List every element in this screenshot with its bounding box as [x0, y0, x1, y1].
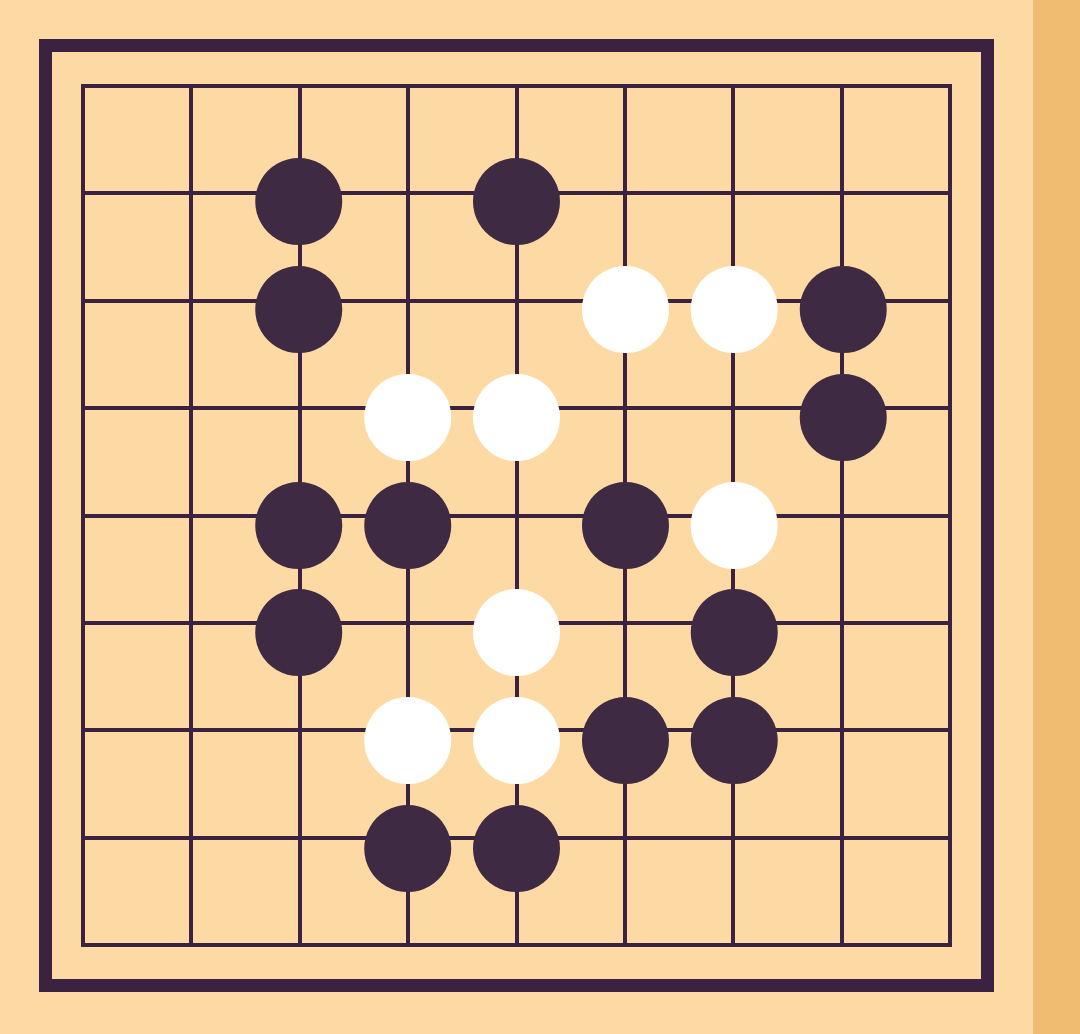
- grid-cell: [733, 86, 841, 193]
- white-stone[interactable]: ●: [371, 694, 445, 768]
- black-stone-glyph: ●: [249, 586, 348, 660]
- white-stone[interactable]: ●: [697, 263, 771, 337]
- white-stone-glyph: ●: [467, 586, 566, 660]
- black-stone-glyph: ●: [249, 155, 348, 229]
- white-stone-glyph: ●: [685, 479, 784, 553]
- white-stone[interactable]: ●: [588, 263, 662, 337]
- black-stone[interactable]: ●: [262, 586, 336, 660]
- grid-cell: [191, 730, 299, 837]
- grid-cell: [83, 623, 191, 730]
- grid-cell: [625, 86, 733, 193]
- grid-cell: [842, 516, 950, 623]
- grid-cell: [842, 623, 950, 730]
- black-stone[interactable]: ●: [262, 479, 336, 553]
- black-stone[interactable]: ●: [588, 694, 662, 768]
- white-stone[interactable]: ●: [480, 371, 554, 445]
- go-app-screen: ●●●●●●●●●●●●●●●●●●●●●●: [0, 0, 1080, 1034]
- black-stone[interactable]: ●: [480, 802, 554, 876]
- black-stone-glyph: ●: [576, 694, 675, 768]
- grid-cell: [83, 193, 191, 300]
- black-stone[interactable]: ●: [480, 155, 554, 229]
- black-stone-glyph: ●: [793, 371, 892, 445]
- right-accent-stripe: [1033, 0, 1080, 1034]
- black-stone[interactable]: ●: [697, 694, 771, 768]
- white-stone-glyph: ●: [358, 694, 457, 768]
- grid-cell: [83, 838, 191, 945]
- grid-cell: [625, 838, 733, 945]
- black-stone-glyph: ●: [793, 263, 892, 337]
- white-stone-glyph: ●: [467, 371, 566, 445]
- black-stone-glyph: ●: [249, 263, 348, 337]
- grid-cell: [83, 86, 191, 193]
- grid-cell: [83, 516, 191, 623]
- black-stone-glyph: ●: [685, 586, 784, 660]
- white-stone[interactable]: ●: [371, 371, 445, 445]
- grid-cell: [842, 838, 950, 945]
- white-stone[interactable]: ●: [697, 479, 771, 553]
- black-stone[interactable]: ●: [371, 802, 445, 876]
- black-stone-glyph: ●: [249, 479, 348, 553]
- grid-cell: [83, 301, 191, 408]
- black-stone-glyph: ●: [467, 802, 566, 876]
- black-stone[interactable]: ●: [371, 479, 445, 553]
- black-stone[interactable]: ●: [806, 263, 880, 337]
- grid-cell: [83, 730, 191, 837]
- white-stone-glyph: ●: [576, 263, 675, 337]
- black-stone[interactable]: ●: [588, 479, 662, 553]
- grid-cell: [83, 408, 191, 515]
- white-stone-glyph: ●: [685, 263, 784, 337]
- black-stone-glyph: ●: [467, 155, 566, 229]
- black-stone[interactable]: ●: [262, 155, 336, 229]
- black-stone-glyph: ●: [576, 479, 675, 553]
- black-stone[interactable]: ●: [697, 586, 771, 660]
- black-stone-glyph: ●: [358, 479, 457, 553]
- grid-cell: [191, 838, 299, 945]
- white-stone[interactable]: ●: [480, 586, 554, 660]
- black-stone[interactable]: ●: [262, 263, 336, 337]
- black-stone-glyph: ●: [685, 694, 784, 768]
- white-stone-glyph: ●: [358, 371, 457, 445]
- grid-cell: [842, 730, 950, 837]
- white-stone-glyph: ●: [467, 694, 566, 768]
- black-stone-glyph: ●: [358, 802, 457, 876]
- grid-cell: [842, 86, 950, 193]
- black-stone[interactable]: ●: [806, 371, 880, 445]
- grid-cell: [733, 838, 841, 945]
- white-stone[interactable]: ●: [480, 694, 554, 768]
- go-board[interactable]: ●●●●●●●●●●●●●●●●●●●●●●: [81, 84, 952, 947]
